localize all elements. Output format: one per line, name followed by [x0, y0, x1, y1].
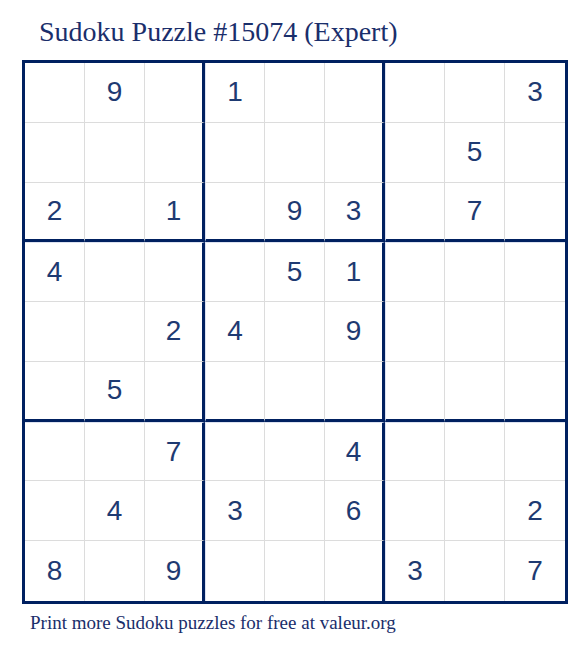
grid-cell-r3c6: 3 — [325, 183, 385, 243]
grid-cell-r3c9 — [505, 183, 565, 243]
grid-cell-r9c1: 8 — [25, 541, 85, 601]
grid-cell-r1c3 — [145, 63, 205, 123]
sudoku-grid: 91352193745124957443628937 — [22, 60, 568, 604]
grid-cell-r2c7 — [385, 123, 445, 183]
grid-cell-r9c7: 3 — [385, 541, 445, 601]
grid-cell-r7c1 — [25, 422, 85, 482]
grid-cell-r4c9 — [505, 242, 565, 302]
grid-cell-r1c7 — [385, 63, 445, 123]
grid-cell-r8c6: 6 — [325, 481, 385, 541]
grid-cell-r2c4 — [205, 123, 265, 183]
grid-cell-r8c4: 3 — [205, 481, 265, 541]
grid-cell-r4c8 — [445, 242, 505, 302]
grid-cell-r9c4 — [205, 541, 265, 601]
grid-cell-r4c7 — [385, 242, 445, 302]
grid-cell-r4c1: 4 — [25, 242, 85, 302]
grid-cell-r1c4: 1 — [205, 63, 265, 123]
grid-cell-r2c3 — [145, 123, 205, 183]
grid-cell-r7c5 — [265, 422, 325, 482]
grid-cell-r9c2 — [85, 541, 145, 601]
grid-cell-r2c6 — [325, 123, 385, 183]
grid-cell-r4c4 — [205, 242, 265, 302]
grid-cell-r5c6: 9 — [325, 302, 385, 362]
grid-cell-r3c3: 1 — [145, 183, 205, 243]
grid-cell-r6c9 — [505, 362, 565, 422]
grid-cell-r3c2 — [85, 183, 145, 243]
grid-cell-r6c6 — [325, 362, 385, 422]
grid-cell-r7c4 — [205, 422, 265, 482]
grid-cell-r5c8 — [445, 302, 505, 362]
grid-cell-r8c7 — [385, 481, 445, 541]
grid-cell-r4c5: 5 — [265, 242, 325, 302]
grid-cell-r7c3: 7 — [145, 422, 205, 482]
grid-cell-r1c8 — [445, 63, 505, 123]
grid-cell-r5c1 — [25, 302, 85, 362]
grid-cell-r3c7 — [385, 183, 445, 243]
grid-cell-r7c6: 4 — [325, 422, 385, 482]
grid-cell-r8c5 — [265, 481, 325, 541]
grid-cell-r4c3 — [145, 242, 205, 302]
grid-cell-r2c9 — [505, 123, 565, 183]
grid-cell-r3c8: 7 — [445, 183, 505, 243]
grid-cell-r9c8 — [445, 541, 505, 601]
puzzle-title: Sudoku Puzzle #15074 (Expert) — [39, 16, 398, 48]
grid-cell-r6c7 — [385, 362, 445, 422]
footer-text: Print more Sudoku puzzles for free at va… — [30, 612, 396, 634]
grid-cell-r6c1 — [25, 362, 85, 422]
grid-cell-r7c2 — [85, 422, 145, 482]
grid-cell-r1c9: 3 — [505, 63, 565, 123]
grid-cell-r5c2 — [85, 302, 145, 362]
grid-cell-r8c1 — [25, 481, 85, 541]
grid-cell-r8c8 — [445, 481, 505, 541]
grid-cell-r6c3 — [145, 362, 205, 422]
grid-cell-r4c2 — [85, 242, 145, 302]
grid-cell-r9c6 — [325, 541, 385, 601]
grid-cell-r3c4 — [205, 183, 265, 243]
grid-cell-r6c8 — [445, 362, 505, 422]
grid-cell-r5c9 — [505, 302, 565, 362]
page: Sudoku Puzzle #15074 (Expert) 9135219374… — [0, 0, 580, 651]
grid-cell-r2c8: 5 — [445, 123, 505, 183]
grid-cell-r2c5 — [265, 123, 325, 183]
grid-cell-r1c6 — [325, 63, 385, 123]
grid-cell-r3c1: 2 — [25, 183, 85, 243]
grid-cell-r9c5 — [265, 541, 325, 601]
grid-cell-r6c4 — [205, 362, 265, 422]
grid-cell-r3c5: 9 — [265, 183, 325, 243]
grid-cell-r8c3 — [145, 481, 205, 541]
grid-cell-r5c4: 4 — [205, 302, 265, 362]
grid-cell-r9c9: 7 — [505, 541, 565, 601]
grid-cell-r7c8 — [445, 422, 505, 482]
grid-cell-r1c5 — [265, 63, 325, 123]
grid-cell-r6c5 — [265, 362, 325, 422]
grid-cell-r9c3: 9 — [145, 541, 205, 601]
grid-cell-r4c6: 1 — [325, 242, 385, 302]
grid-cell-r6c2: 5 — [85, 362, 145, 422]
grid-cell-r1c2: 9 — [85, 63, 145, 123]
grid-cell-r2c2 — [85, 123, 145, 183]
grid-cell-r1c1 — [25, 63, 85, 123]
grid-cell-r7c9 — [505, 422, 565, 482]
grid-cell-r5c7 — [385, 302, 445, 362]
grid-cell-r7c7 — [385, 422, 445, 482]
grid-cell-r5c3: 2 — [145, 302, 205, 362]
grid-cell-r8c9: 2 — [505, 481, 565, 541]
grid-cell-r2c1 — [25, 123, 85, 183]
grid-cell-r5c5 — [265, 302, 325, 362]
grid-cell-r8c2: 4 — [85, 481, 145, 541]
